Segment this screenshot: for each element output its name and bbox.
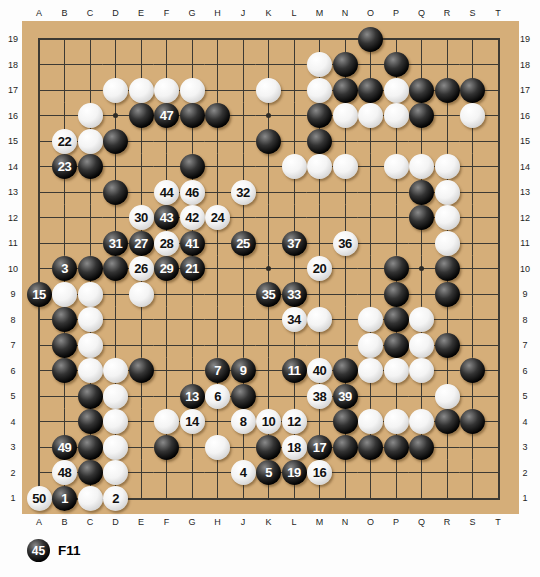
col-label-top-O: O — [358, 7, 384, 20]
stone-white-D6 — [103, 358, 128, 383]
caption-black-stone-icon: 45 — [27, 539, 50, 562]
move-number-label: 44 — [160, 186, 173, 199]
intersection-H9 — [205, 281, 231, 307]
stone-black-G14 — [180, 154, 205, 179]
intersection-A1: 50 — [26, 485, 52, 511]
stone-black-P7 — [384, 333, 409, 358]
stone-black-B1: 1 — [52, 486, 77, 511]
star-point-Q10 — [419, 266, 424, 271]
intersection-G17 — [179, 77, 205, 103]
intersection-M4 — [307, 409, 333, 435]
move-number-label: 50 — [32, 492, 45, 505]
intersection-R8 — [434, 307, 460, 333]
col-label-bottom-E: E — [128, 516, 154, 529]
intersection-C7 — [77, 332, 103, 358]
intersection-H19 — [205, 26, 231, 52]
move-number-label: 12 — [287, 415, 300, 428]
row-label-right-9: 9 — [516, 281, 534, 307]
intersection-J10 — [230, 256, 256, 282]
intersection-Q18 — [409, 52, 435, 78]
intersection-Q7 — [409, 332, 435, 358]
intersection-N9 — [332, 281, 358, 307]
intersection-D19 — [103, 26, 129, 52]
intersection-K16 — [256, 103, 282, 129]
stone-white-P16 — [384, 103, 409, 128]
intersection-O1 — [358, 485, 384, 511]
intersection-R17 — [434, 77, 460, 103]
intersection-N14 — [332, 154, 358, 180]
intersection-Q4 — [409, 409, 435, 435]
stone-black-E6 — [129, 358, 154, 383]
intersection-G6 — [179, 358, 205, 384]
stone-white-Q6 — [409, 358, 434, 383]
stone-white-K4: 10 — [256, 409, 281, 434]
intersection-O15 — [358, 128, 384, 154]
intersection-S2 — [460, 460, 486, 486]
intersection-B10: 3 — [52, 256, 78, 282]
intersection-C16 — [77, 103, 103, 129]
intersection-Q15 — [409, 128, 435, 154]
intersection-B14: 23 — [52, 154, 78, 180]
intersection-E16 — [128, 103, 154, 129]
stone-white-P4 — [384, 409, 409, 434]
stone-white-B2: 48 — [52, 460, 77, 485]
stone-black-F12: 43 — [154, 205, 179, 230]
col-label-top-C: C — [77, 7, 103, 20]
intersection-B19 — [52, 26, 78, 52]
stone-black-B14: 23 — [52, 154, 77, 179]
intersection-B11 — [52, 230, 78, 256]
stone-black-D13 — [103, 180, 128, 205]
intersection-G10: 21 — [179, 256, 205, 282]
col-label-bottom-T: T — [485, 516, 511, 529]
intersection-O16 — [358, 103, 384, 129]
intersection-F12: 43 — [154, 205, 180, 231]
stone-white-F13: 44 — [154, 180, 179, 205]
intersection-G4: 14 — [179, 409, 205, 435]
intersection-F13: 44 — [154, 179, 180, 205]
col-label-top-F: F — [154, 7, 180, 20]
intersection-R19 — [434, 26, 460, 52]
column-labels-top: ABCDEFGHJKLMNOPQRST — [26, 7, 511, 20]
star-point-D16 — [113, 113, 118, 118]
intersection-R2 — [434, 460, 460, 486]
stone-white-D4 — [103, 409, 128, 434]
intersection-K11 — [256, 230, 282, 256]
stone-black-K15 — [256, 129, 281, 154]
intersection-A15 — [26, 128, 52, 154]
intersection-G18 — [179, 52, 205, 78]
stone-black-H16 — [205, 103, 230, 128]
intersection-O14 — [358, 154, 384, 180]
move-number-label: 34 — [287, 313, 300, 326]
stone-black-G10: 21 — [180, 256, 205, 281]
intersection-K14 — [256, 154, 282, 180]
stone-black-K2: 5 — [256, 460, 281, 485]
intersection-Q9 — [409, 281, 435, 307]
col-label-top-M: M — [307, 7, 333, 20]
intersection-Q8 — [409, 307, 435, 333]
intersection-C4 — [77, 409, 103, 435]
col-label-bottom-D: D — [103, 516, 129, 529]
intersection-T17 — [485, 77, 511, 103]
stone-white-H12: 24 — [205, 205, 230, 230]
move-number-label: 5 — [265, 466, 272, 479]
intersection-O13 — [358, 179, 384, 205]
row-label-right-11: 11 — [516, 230, 534, 256]
move-number-label: 15 — [32, 288, 45, 301]
intersection-L16 — [281, 103, 307, 129]
stone-black-C10 — [78, 256, 103, 281]
intersection-N13 — [332, 179, 358, 205]
col-label-top-S: S — [460, 7, 486, 20]
intersection-F5 — [154, 383, 180, 409]
move-number-label: 20 — [313, 262, 326, 275]
intersection-D17 — [103, 77, 129, 103]
intersection-J16 — [230, 103, 256, 129]
col-label-top-L: L — [281, 7, 307, 20]
intersection-A5 — [26, 383, 52, 409]
stone-black-M15 — [307, 129, 332, 154]
intersection-C1 — [77, 485, 103, 511]
stone-white-H3 — [205, 435, 230, 460]
intersection-S15 — [460, 128, 486, 154]
stone-black-P9 — [384, 282, 409, 307]
stone-white-R13 — [435, 180, 460, 205]
intersection-J1 — [230, 485, 256, 511]
stone-white-O6 — [358, 358, 383, 383]
row-label-right-13: 13 — [516, 179, 534, 205]
intersection-H12: 24 — [205, 205, 231, 231]
intersection-C14 — [77, 154, 103, 180]
stone-white-O16 — [358, 103, 383, 128]
intersection-H5: 6 — [205, 383, 231, 409]
stone-black-N6 — [333, 358, 358, 383]
intersection-R13 — [434, 179, 460, 205]
intersection-F17 — [154, 77, 180, 103]
intersection-E15 — [128, 128, 154, 154]
col-label-top-A: A — [26, 7, 52, 20]
intersection-P15 — [383, 128, 409, 154]
column-labels-bottom: ABCDEFGHJKLMNOPQRST — [26, 516, 511, 529]
intersection-O3 — [358, 434, 384, 460]
intersection-L11: 37 — [281, 230, 307, 256]
stone-black-A9: 15 — [27, 282, 52, 307]
stone-white-C6 — [78, 358, 103, 383]
intersection-G13: 46 — [179, 179, 205, 205]
col-label-bottom-A: A — [26, 516, 52, 529]
stone-white-M18 — [307, 52, 332, 77]
move-number-label: 41 — [185, 237, 198, 250]
intersection-Q19 — [409, 26, 435, 52]
intersection-K8 — [256, 307, 282, 333]
intersection-F8 — [154, 307, 180, 333]
row-label-right-18: 18 — [516, 52, 534, 78]
move-number-label: 9 — [240, 364, 247, 377]
intersection-F16: 47 — [154, 103, 180, 129]
intersection-A4 — [26, 409, 52, 435]
intersection-D7 — [103, 332, 129, 358]
stone-black-E16 — [129, 103, 154, 128]
intersection-A16 — [26, 103, 52, 129]
intersection-T11 — [485, 230, 511, 256]
intersection-E13 — [128, 179, 154, 205]
intersection-S5 — [460, 383, 486, 409]
intersection-E4 — [128, 409, 154, 435]
stone-white-F11: 28 — [154, 231, 179, 256]
intersection-L15 — [281, 128, 307, 154]
move-number-label: 10 — [262, 415, 275, 428]
col-label-top-R: R — [434, 7, 460, 20]
move-number-label: 23 — [58, 160, 71, 173]
stone-white-Q7 — [409, 333, 434, 358]
stone-black-R10 — [435, 256, 460, 281]
move-number-label: 19 — [287, 466, 300, 479]
stone-black-O3 — [358, 435, 383, 460]
stone-black-B7 — [52, 333, 77, 358]
intersection-O2 — [358, 460, 384, 486]
intersection-C18 — [77, 52, 103, 78]
intersection-C3 — [77, 434, 103, 460]
row-label-left-5: 5 — [4, 383, 22, 409]
intersection-P12 — [383, 205, 409, 231]
intersection-D8 — [103, 307, 129, 333]
stone-white-D5 — [103, 384, 128, 409]
intersection-A19 — [26, 26, 52, 52]
intersection-J11: 25 — [230, 230, 256, 256]
move-number-label: 18 — [287, 441, 300, 454]
row-label-left-18: 18 — [4, 52, 22, 78]
intersection-P2 — [383, 460, 409, 486]
intersection-E19 — [128, 26, 154, 52]
intersection-P18 — [383, 52, 409, 78]
intersection-N11: 36 — [332, 230, 358, 256]
stone-white-C7 — [78, 333, 103, 358]
stone-white-M8 — [307, 307, 332, 332]
stone-white-C9 — [78, 282, 103, 307]
intersection-B2: 48 — [52, 460, 78, 486]
intersection-D18 — [103, 52, 129, 78]
intersection-P3 — [383, 434, 409, 460]
intersection-H14 — [205, 154, 231, 180]
stone-black-B6 — [52, 358, 77, 383]
move-number-label: 49 — [58, 441, 71, 454]
intersection-N18 — [332, 52, 358, 78]
intersection-O8 — [358, 307, 384, 333]
stone-black-B3: 49 — [52, 435, 77, 460]
intersection-L12 — [281, 205, 307, 231]
intersection-R4 — [434, 409, 460, 435]
intersection-D15 — [103, 128, 129, 154]
intersection-S16 — [460, 103, 486, 129]
intersection-O6 — [358, 358, 384, 384]
stone-white-A1: 50 — [27, 486, 52, 511]
row-label-left-3: 3 — [4, 434, 22, 460]
col-label-bottom-N: N — [332, 516, 358, 529]
intersection-O7 — [358, 332, 384, 358]
intersection-B15: 22 — [52, 128, 78, 154]
intersection-B5 — [52, 383, 78, 409]
intersection-H4 — [205, 409, 231, 435]
move-number-label: 46 — [185, 186, 198, 199]
intersection-H18 — [205, 52, 231, 78]
intersection-E9 — [128, 281, 154, 307]
move-number-label: 43 — [160, 211, 173, 224]
stone-white-J13: 32 — [231, 180, 256, 205]
row-labels-right: 19181716151413121110987654321 — [516, 26, 534, 511]
stone-black-N4 — [333, 409, 358, 434]
intersection-N16 — [332, 103, 358, 129]
row-label-left-2: 2 — [4, 460, 22, 486]
intersection-E12: 30 — [128, 205, 154, 231]
intersection-D5 — [103, 383, 129, 409]
intersection-F11: 28 — [154, 230, 180, 256]
col-label-top-J: J — [230, 7, 256, 20]
intersection-L1 — [281, 485, 307, 511]
intersection-M15 — [307, 128, 333, 154]
move-number-label: 33 — [287, 288, 300, 301]
intersection-K18 — [256, 52, 282, 78]
intersection-P4 — [383, 409, 409, 435]
intersection-O11 — [358, 230, 384, 256]
intersection-P8 — [383, 307, 409, 333]
intersection-M5: 38 — [307, 383, 333, 409]
stone-black-S4 — [460, 409, 485, 434]
stone-white-N11: 36 — [333, 231, 358, 256]
intersection-L17 — [281, 77, 307, 103]
intersection-B18 — [52, 52, 78, 78]
intersection-D3 — [103, 434, 129, 460]
intersection-R15 — [434, 128, 460, 154]
intersection-P14 — [383, 154, 409, 180]
col-label-top-K: K — [256, 7, 282, 20]
move-number-label: 14 — [185, 415, 198, 428]
intersection-G5: 13 — [179, 383, 205, 409]
intersection-B17 — [52, 77, 78, 103]
col-label-bottom-J: J — [230, 516, 256, 529]
stone-black-F16: 47 — [154, 103, 179, 128]
row-label-right-8: 8 — [516, 307, 534, 333]
stone-white-N14 — [333, 154, 358, 179]
stone-black-L9: 33 — [282, 282, 307, 307]
intersection-S11 — [460, 230, 486, 256]
move-number-label: 31 — [109, 237, 122, 250]
intersection-T9 — [485, 281, 511, 307]
stone-white-R14 — [435, 154, 460, 179]
intersection-B7 — [52, 332, 78, 358]
intersection-K5 — [256, 383, 282, 409]
stone-black-J11: 25 — [231, 231, 256, 256]
intersection-O18 — [358, 52, 384, 78]
intersection-S7 — [460, 332, 486, 358]
intersection-K10 — [256, 256, 282, 282]
intersection-Q1 — [409, 485, 435, 511]
intersection-H16 — [205, 103, 231, 129]
intersection-S13 — [460, 179, 486, 205]
stone-white-L3: 18 — [282, 435, 307, 460]
intersection-G2 — [179, 460, 205, 486]
row-label-left-16: 16 — [4, 103, 22, 129]
row-label-left-4: 4 — [4, 409, 22, 435]
intersection-D11: 31 — [103, 230, 129, 256]
intersection-Q10 — [409, 256, 435, 282]
intersection-T10 — [485, 256, 511, 282]
intersection-F10: 29 — [154, 256, 180, 282]
go-diagram: ABCDEFGHJKLMNOPQRST ABCDEFGHJKLMNOPQRST … — [0, 0, 540, 577]
intersection-E14 — [128, 154, 154, 180]
intersection-K12 — [256, 205, 282, 231]
intersection-N4 — [332, 409, 358, 435]
row-label-right-7: 7 — [516, 332, 534, 358]
stone-white-O8 — [358, 307, 383, 332]
intersection-R14 — [434, 154, 460, 180]
intersection-A11 — [26, 230, 52, 256]
intersection-M3: 17 — [307, 434, 333, 460]
intersection-T4 — [485, 409, 511, 435]
stone-black-K3 — [256, 435, 281, 460]
intersection-K13 — [256, 179, 282, 205]
intersection-O5 — [358, 383, 384, 409]
intersection-B8 — [52, 307, 78, 333]
intersection-B6 — [52, 358, 78, 384]
stone-white-S16 — [460, 103, 485, 128]
row-label-right-2: 2 — [516, 460, 534, 486]
move-number-label: 30 — [134, 211, 147, 224]
move-number-label: 37 — [287, 237, 300, 250]
stone-black-N3 — [333, 435, 358, 460]
stone-white-C8 — [78, 307, 103, 332]
intersection-O17 — [358, 77, 384, 103]
col-label-bottom-O: O — [358, 516, 384, 529]
intersection-H13 — [205, 179, 231, 205]
row-label-right-4: 4 — [516, 409, 534, 435]
intersection-J18 — [230, 52, 256, 78]
intersection-O4 — [358, 409, 384, 435]
intersection-A13 — [26, 179, 52, 205]
stone-white-L14 — [282, 154, 307, 179]
caption-coordinate: F11 — [58, 543, 81, 558]
intersection-N8 — [332, 307, 358, 333]
stone-black-P3 — [384, 435, 409, 460]
col-label-bottom-L: L — [281, 516, 307, 529]
row-label-left-14: 14 — [4, 154, 22, 180]
intersection-J8 — [230, 307, 256, 333]
intersection-M16 — [307, 103, 333, 129]
row-label-right-16: 16 — [516, 103, 534, 129]
intersection-T14 — [485, 154, 511, 180]
intersection-G3 — [179, 434, 205, 460]
intersection-M11 — [307, 230, 333, 256]
intersection-R18 — [434, 52, 460, 78]
intersection-D10 — [103, 256, 129, 282]
intersection-A18 — [26, 52, 52, 78]
intersection-P1 — [383, 485, 409, 511]
intersection-L2: 19 — [281, 460, 307, 486]
intersection-H10 — [205, 256, 231, 282]
stone-black-S17 — [460, 78, 485, 103]
intersection-H7 — [205, 332, 231, 358]
intersection-T12 — [485, 205, 511, 231]
col-label-top-P: P — [383, 7, 409, 20]
row-label-left-9: 9 — [4, 281, 22, 307]
stone-black-E11: 27 — [129, 231, 154, 256]
intersection-E17 — [128, 77, 154, 103]
intersection-G8 — [179, 307, 205, 333]
stone-white-J2: 4 — [231, 460, 256, 485]
col-label-top-B: B — [52, 7, 78, 20]
intersection-A17 — [26, 77, 52, 103]
stone-black-R9 — [435, 282, 460, 307]
